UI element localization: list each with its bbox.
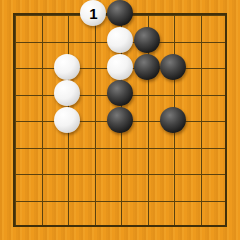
stone-white[interactable] — [107, 54, 133, 80]
stone-black[interactable] — [107, 107, 133, 133]
stone-black[interactable] — [134, 54, 160, 80]
move-number-label: 1 — [89, 5, 97, 20]
go-board[interactable]: 1 — [0, 0, 240, 240]
stone-white[interactable] — [107, 27, 133, 53]
stone-white[interactable] — [54, 107, 80, 133]
stone-white[interactable] — [54, 54, 80, 80]
stone-black[interactable] — [107, 80, 133, 106]
stone-black[interactable] — [160, 107, 186, 133]
stone-white[interactable] — [54, 80, 80, 106]
stones-layer: 1 — [0, 0, 240, 240]
stone-black[interactable] — [134, 27, 160, 53]
stone-black[interactable] — [107, 0, 133, 26]
stone-black[interactable] — [160, 54, 186, 80]
stone-white[interactable]: 1 — [80, 0, 106, 26]
